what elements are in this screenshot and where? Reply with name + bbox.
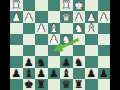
black-bishop: ♝	[62, 68, 71, 78]
white-bishop: ♝	[49, 23, 58, 33]
square-f5[interactable]	[35, 45, 48, 56]
square-a8[interactable]	[98, 79, 111, 90]
square-b6[interactable]	[85, 56, 98, 67]
square-f3[interactable]: ♟	[35, 23, 48, 34]
black-pawn: ♟	[12, 68, 21, 78]
square-d6[interactable]: ♟	[60, 56, 73, 67]
square-a7[interactable]: ♟	[98, 68, 111, 79]
square-f7[interactable]: ♟	[35, 68, 48, 79]
square-h6[interactable]	[10, 56, 23, 67]
white-pawn: ♟	[24, 11, 33, 21]
square-f1[interactable]	[35, 0, 48, 11]
black-king: ♚	[24, 79, 33, 89]
black-knight: ♞	[74, 56, 83, 66]
square-d3[interactable]	[60, 23, 73, 34]
square-b3[interactable]: ♝	[85, 23, 98, 34]
square-h1[interactable]: ♜	[10, 0, 23, 11]
white-queen: ♛	[62, 11, 71, 21]
square-h7[interactable]: ♟	[10, 68, 23, 79]
square-e3[interactable]: ♝	[48, 23, 61, 34]
square-c5[interactable]	[73, 45, 86, 56]
square-f2[interactable]	[35, 11, 48, 22]
black-rook: ♜	[37, 79, 46, 89]
black-pawn: ♟	[87, 68, 96, 78]
square-f6[interactable]: ♞	[35, 56, 48, 67]
white-pawn: ♟	[49, 34, 58, 44]
black-pawn: ♟	[62, 56, 71, 66]
square-g6[interactable]: ♟	[23, 56, 36, 67]
square-d8[interactable]: ♛	[60, 79, 73, 90]
square-e5[interactable]	[48, 45, 61, 56]
square-e6[interactable]	[48, 56, 61, 67]
square-d7[interactable]: ♝	[60, 68, 73, 79]
white-pawn: ♟	[37, 23, 46, 33]
square-a2[interactable]: ♟	[98, 11, 111, 22]
black-pawn: ♟	[99, 68, 108, 78]
square-g7[interactable]: ♝	[23, 68, 36, 79]
black-bishop: ♝	[24, 68, 33, 78]
white-knight: ♞	[74, 23, 83, 33]
white-bishop: ♝	[87, 23, 96, 33]
square-d1[interactable]: ♜	[60, 0, 73, 11]
white-knight: ♞	[62, 34, 71, 44]
square-b4[interactable]	[85, 34, 98, 45]
black-queen: ♛	[62, 79, 71, 89]
square-c3[interactable]: ♞	[73, 23, 86, 34]
square-a3[interactable]	[98, 23, 111, 34]
white-rook: ♜	[12, 0, 21, 10]
white-pawn: ♟	[12, 11, 21, 21]
black-knight: ♞	[37, 56, 46, 66]
square-f8[interactable]: ♜	[35, 79, 48, 90]
square-e7[interactable]: ♟	[48, 68, 61, 79]
square-c2[interactable]: ♟	[73, 11, 86, 22]
square-g3[interactable]	[23, 23, 36, 34]
square-g5[interactable]	[23, 45, 36, 56]
square-a4[interactable]	[98, 34, 111, 45]
square-h4[interactable]	[10, 34, 23, 45]
chess-board[interactable]: ♜♜♚♟♟♛♟♟♟♟♝♞♝♟♞♟♞♟♞♟♝♟♟♝♟♟♚♜♛♜	[10, 0, 110, 90]
square-g4[interactable]	[23, 34, 36, 45]
square-g8[interactable]: ♚	[23, 79, 36, 90]
square-a5[interactable]	[98, 45, 111, 56]
square-b8[interactable]	[85, 79, 98, 90]
video-frame: ♜♜♚♟♟♛♟♟♟♟♝♞♝♟♞♟♞♟♞♟♝♟♟♝♟♟♚♜♛♜	[0, 0, 120, 90]
white-pawn: ♟	[87, 11, 96, 21]
square-d2[interactable]: ♛	[60, 11, 73, 22]
square-b2[interactable]: ♟	[85, 11, 98, 22]
black-pawn: ♟	[24, 56, 33, 66]
black-rook: ♜	[74, 79, 83, 89]
white-pawn: ♟	[74, 11, 83, 21]
square-a1[interactable]	[98, 0, 111, 11]
square-h3[interactable]	[10, 23, 23, 34]
square-e1[interactable]	[48, 0, 61, 11]
square-c1[interactable]: ♚	[73, 0, 86, 11]
black-pawn: ♟	[49, 68, 58, 78]
square-a6[interactable]	[98, 56, 111, 67]
black-pawn: ♟	[37, 68, 46, 78]
square-b7[interactable]: ♟	[85, 68, 98, 79]
square-c7[interactable]	[73, 68, 86, 79]
white-king: ♚	[74, 0, 83, 10]
square-b5[interactable]	[85, 45, 98, 56]
square-g1[interactable]	[23, 0, 36, 11]
square-h8[interactable]	[10, 79, 23, 90]
square-e8[interactable]	[48, 79, 61, 90]
square-d4[interactable]: ♞	[60, 34, 73, 45]
square-e2[interactable]	[48, 11, 61, 22]
square-c6[interactable]: ♞	[73, 56, 86, 67]
white-rook: ♜	[62, 0, 71, 10]
square-c8[interactable]: ♜	[73, 79, 86, 90]
square-f4[interactable]	[35, 34, 48, 45]
square-g2[interactable]: ♟	[23, 11, 36, 22]
square-b1[interactable]	[85, 0, 98, 11]
square-c4[interactable]	[73, 34, 86, 45]
white-pawn: ♟	[99, 11, 108, 21]
square-h2[interactable]: ♟	[10, 11, 23, 22]
square-d5[interactable]	[60, 45, 73, 56]
square-e4[interactable]: ♟	[48, 34, 61, 45]
square-h5[interactable]	[10, 45, 23, 56]
